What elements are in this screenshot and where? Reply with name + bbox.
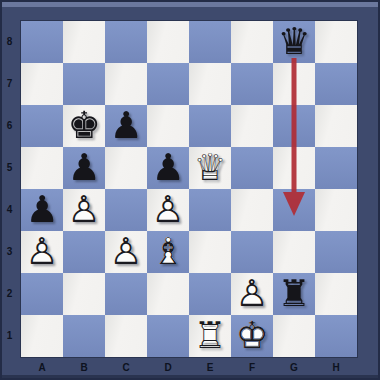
piece-white-pawn-outline: ♙ (105, 231, 147, 273)
square-d5[interactable]: ♟ (147, 147, 189, 189)
square-h8[interactable] (315, 21, 357, 63)
square-g3[interactable] (273, 231, 315, 273)
file-label-d: D (147, 357, 189, 380)
square-d8[interactable] (147, 21, 189, 63)
square-a1[interactable] (21, 315, 63, 357)
piece-black-pawn: ♟ (147, 147, 189, 189)
square-a6[interactable] (21, 105, 63, 147)
square-b3[interactable] (63, 231, 105, 273)
piece-black-queen: ♛ (273, 21, 315, 63)
square-f4[interactable] (231, 189, 273, 231)
file-label-g: G (273, 357, 315, 380)
square-c8[interactable] (105, 21, 147, 63)
square-a3[interactable]: ♟♙ (21, 231, 63, 273)
square-d6[interactable] (147, 105, 189, 147)
square-d4[interactable]: ♟♙ (147, 189, 189, 231)
square-f8[interactable] (231, 21, 273, 63)
square-b5[interactable]: ♟ (63, 147, 105, 189)
square-h5[interactable] (315, 147, 357, 189)
square-c2[interactable] (105, 273, 147, 315)
square-h7[interactable] (315, 63, 357, 105)
piece-black-king: ♚ (63, 105, 105, 147)
file-label-c: C (105, 357, 147, 380)
rank-label-7: 7 (0, 63, 19, 105)
square-d3[interactable]: ♝♗ (147, 231, 189, 273)
square-c1[interactable] (105, 315, 147, 357)
square-b6[interactable]: ♚ (63, 105, 105, 147)
rank-label-4: 4 (0, 189, 19, 231)
piece-white-king-outline: ♔ (231, 315, 273, 357)
square-g6[interactable] (273, 105, 315, 147)
square-b8[interactable] (63, 21, 105, 63)
chess-board: ♛♚♟♟♟♛♕♟♟♙♟♙♟♙♟♙♝♗♟♙♜♜♖♚♔ (21, 21, 357, 357)
rank-label-5: 5 (0, 147, 19, 189)
square-g1[interactable] (273, 315, 315, 357)
piece-white-pawn-outline: ♙ (231, 273, 273, 315)
file-label-a: A (21, 357, 63, 380)
square-a2[interactable] (21, 273, 63, 315)
square-h6[interactable] (315, 105, 357, 147)
square-g4[interactable] (273, 189, 315, 231)
rank-label-3: 3 (0, 231, 19, 273)
square-e7[interactable] (189, 63, 231, 105)
piece-white-pawn-outline: ♙ (147, 189, 189, 231)
square-c3[interactable]: ♟♙ (105, 231, 147, 273)
square-e8[interactable] (189, 21, 231, 63)
square-d7[interactable] (147, 63, 189, 105)
rank-label-6: 6 (0, 105, 19, 147)
file-label-e: E (189, 357, 231, 380)
piece-black-pawn: ♟ (105, 105, 147, 147)
square-e4[interactable] (189, 189, 231, 231)
square-b4[interactable]: ♟♙ (63, 189, 105, 231)
square-e5[interactable]: ♛♕ (189, 147, 231, 189)
square-g2[interactable]: ♜ (273, 273, 315, 315)
square-h3[interactable] (315, 231, 357, 273)
square-a8[interactable] (21, 21, 63, 63)
piece-white-queen-outline: ♕ (189, 147, 231, 189)
square-f7[interactable] (231, 63, 273, 105)
rank-label-2: 2 (0, 273, 19, 315)
square-f1[interactable]: ♚♔ (231, 315, 273, 357)
square-b7[interactable] (63, 63, 105, 105)
piece-black-pawn: ♟ (21, 189, 63, 231)
piece-white-pawn-outline: ♙ (21, 231, 63, 273)
square-f6[interactable] (231, 105, 273, 147)
piece-white-bishop-outline: ♗ (147, 231, 189, 273)
piece-white-rook-outline: ♖ (189, 315, 231, 357)
piece-white-pawn-outline: ♙ (63, 189, 105, 231)
square-g7[interactable] (273, 63, 315, 105)
chess-diagram: ♛♚♟♟♟♛♕♟♟♙♟♙♟♙♟♙♝♗♟♙♜♜♖♚♔ 87654321ABCDEF… (0, 0, 380, 380)
square-c7[interactable] (105, 63, 147, 105)
square-a5[interactable] (21, 147, 63, 189)
square-a4[interactable]: ♟ (21, 189, 63, 231)
square-f2[interactable]: ♟♙ (231, 273, 273, 315)
square-e6[interactable] (189, 105, 231, 147)
square-c6[interactable]: ♟ (105, 105, 147, 147)
square-f5[interactable] (231, 147, 273, 189)
square-h2[interactable] (315, 273, 357, 315)
file-label-h: H (315, 357, 357, 380)
piece-black-pawn: ♟ (63, 147, 105, 189)
square-h1[interactable] (315, 315, 357, 357)
square-f3[interactable] (231, 231, 273, 273)
rank-label-1: 1 (0, 315, 19, 357)
square-a7[interactable] (21, 63, 63, 105)
square-g8[interactable]: ♛ (273, 21, 315, 63)
square-d2[interactable] (147, 273, 189, 315)
rank-label-8: 8 (0, 21, 19, 63)
square-b2[interactable] (63, 273, 105, 315)
square-c5[interactable] (105, 147, 147, 189)
square-e2[interactable] (189, 273, 231, 315)
square-c4[interactable] (105, 189, 147, 231)
piece-black-rook: ♜ (273, 273, 315, 315)
square-e1[interactable]: ♜♖ (189, 315, 231, 357)
square-g5[interactable] (273, 147, 315, 189)
file-label-b: B (63, 357, 105, 380)
square-e3[interactable] (189, 231, 231, 273)
square-h4[interactable] (315, 189, 357, 231)
square-b1[interactable] (63, 315, 105, 357)
square-d1[interactable] (147, 315, 189, 357)
file-label-f: F (231, 357, 273, 380)
